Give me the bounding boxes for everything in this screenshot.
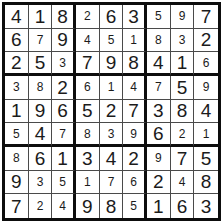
cell-r1c1[interactable]: 4	[5, 5, 29, 29]
cell-r7c4[interactable]: 3	[76, 147, 100, 171]
cell-r6c1[interactable]: 5	[5, 123, 29, 147]
cell-r3c8[interactable]: 1	[171, 52, 195, 76]
cell-r1c5[interactable]: 6	[100, 5, 124, 29]
cell-r9c7[interactable]: 1	[147, 194, 171, 218]
cell-r8c2[interactable]: 3	[29, 171, 53, 195]
cell-r2c1[interactable]: 6	[5, 29, 29, 53]
cell-r8c8[interactable]: 4	[171, 171, 195, 195]
cell-r6c4[interactable]: 8	[76, 123, 100, 147]
cell-r9c1[interactable]: 7	[5, 194, 29, 218]
cell-r1c9[interactable]: 7	[194, 5, 218, 29]
cell-r9c9[interactable]: 3	[194, 194, 218, 218]
cell-r6c8[interactable]: 2	[171, 123, 195, 147]
cell-r9c8[interactable]: 6	[171, 194, 195, 218]
cell-r9c2[interactable]: 2	[29, 194, 53, 218]
cell-r5c1[interactable]: 1	[5, 100, 29, 124]
cell-r7c9[interactable]: 5	[194, 147, 218, 171]
cell-r1c8[interactable]: 9	[171, 5, 195, 29]
cell-r4c5[interactable]: 1	[100, 76, 124, 100]
cell-r5c6[interactable]: 7	[123, 100, 147, 124]
cell-r4c6[interactable]: 4	[123, 76, 147, 100]
cell-r3c1[interactable]: 2	[5, 52, 29, 76]
cell-r6c7[interactable]: 6	[147, 123, 171, 147]
cell-r5c8[interactable]: 8	[171, 100, 195, 124]
cell-r6c5[interactable]: 3	[100, 123, 124, 147]
cell-r2c4[interactable]: 4	[76, 29, 100, 53]
cell-r1c4[interactable]: 2	[76, 5, 100, 29]
cell-r3c7[interactable]: 4	[147, 52, 171, 76]
cell-r4c4[interactable]: 6	[76, 76, 100, 100]
cell-r2c2[interactable]: 7	[29, 29, 53, 53]
cell-r2c6[interactable]: 1	[123, 29, 147, 53]
cell-r7c1[interactable]: 8	[5, 147, 29, 171]
cell-r9c5[interactable]: 8	[100, 194, 124, 218]
cell-r5c9[interactable]: 4	[194, 100, 218, 124]
cell-r2c3[interactable]: 9	[52, 29, 76, 53]
cell-r1c3[interactable]: 8	[52, 5, 76, 29]
cell-r1c7[interactable]: 5	[147, 5, 171, 29]
cell-r8c7[interactable]: 2	[147, 171, 171, 195]
cell-r4c8[interactable]: 5	[171, 76, 195, 100]
cell-r8c5[interactable]: 7	[100, 171, 124, 195]
cell-r6c3[interactable]: 7	[52, 123, 76, 147]
cell-r2c8[interactable]: 3	[171, 29, 195, 53]
cell-r4c3[interactable]: 2	[52, 76, 76, 100]
cell-r5c3[interactable]: 6	[52, 100, 76, 124]
cell-r8c1[interactable]: 9	[5, 171, 29, 195]
cell-r5c7[interactable]: 3	[147, 100, 171, 124]
cell-r6c9[interactable]: 1	[194, 123, 218, 147]
cell-r7c3[interactable]: 1	[52, 147, 76, 171]
cell-r5c4[interactable]: 5	[76, 100, 100, 124]
cell-r7c5[interactable]: 4	[100, 147, 124, 171]
cell-r9c4[interactable]: 9	[76, 194, 100, 218]
cell-r4c1[interactable]: 3	[5, 76, 29, 100]
cell-r5c5[interactable]: 2	[100, 100, 124, 124]
cell-r3c5[interactable]: 9	[100, 52, 124, 76]
cell-r6c2[interactable]: 4	[29, 123, 53, 147]
cell-r3c6[interactable]: 8	[123, 52, 147, 76]
cell-r8c4[interactable]: 1	[76, 171, 100, 195]
cell-r2c7[interactable]: 8	[147, 29, 171, 53]
cell-r1c2[interactable]: 1	[29, 5, 53, 29]
cell-r1c6[interactable]: 3	[123, 5, 147, 29]
cell-r9c3[interactable]: 4	[52, 194, 76, 218]
cell-r3c3[interactable]: 3	[52, 52, 76, 76]
cell-r2c5[interactable]: 5	[100, 29, 124, 53]
cell-r3c2[interactable]: 5	[29, 52, 53, 76]
cell-r5c2[interactable]: 9	[29, 100, 53, 124]
cell-r4c7[interactable]: 7	[147, 76, 171, 100]
cell-r3c9[interactable]: 6	[194, 52, 218, 76]
cell-r7c2[interactable]: 6	[29, 147, 53, 171]
cell-r7c6[interactable]: 2	[123, 147, 147, 171]
cell-r7c7[interactable]: 9	[147, 147, 171, 171]
cell-r8c3[interactable]: 5	[52, 171, 76, 195]
cell-r6c6[interactable]: 9	[123, 123, 147, 147]
sudoku-board: 4182635976794518322537984163826147591965…	[2, 2, 221, 221]
cell-r9c6[interactable]: 5	[123, 194, 147, 218]
cell-r4c9[interactable]: 9	[194, 76, 218, 100]
cell-r7c8[interactable]: 7	[171, 147, 195, 171]
cell-r8c6[interactable]: 6	[123, 171, 147, 195]
cell-r4c2[interactable]: 8	[29, 76, 53, 100]
cell-r8c9[interactable]: 8	[194, 171, 218, 195]
cell-r3c4[interactable]: 7	[76, 52, 100, 76]
cell-r2c9[interactable]: 2	[194, 29, 218, 53]
sudoku-page: 4182635976794518322537984163826147591965…	[0, 0, 223, 223]
